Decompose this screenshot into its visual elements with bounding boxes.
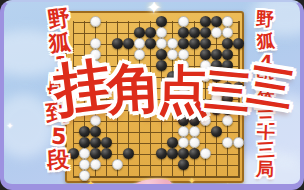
black-stone bbox=[112, 38, 123, 49]
main-title-char: 点 bbox=[157, 64, 210, 117]
black-stone bbox=[200, 16, 211, 27]
black-stone bbox=[167, 137, 178, 148]
right-caption-char: 三 bbox=[257, 141, 276, 160]
white-stone bbox=[112, 159, 123, 170]
black-stone bbox=[222, 49, 233, 60]
black-stone bbox=[123, 148, 134, 159]
black-stone bbox=[123, 38, 134, 49]
black-stone bbox=[211, 49, 222, 60]
black-stone bbox=[211, 16, 222, 27]
black-stone bbox=[145, 38, 156, 49]
black-stone bbox=[178, 27, 189, 38]
main-title-char: 三 bbox=[245, 61, 298, 114]
white-stone bbox=[222, 27, 233, 38]
right-caption-char: 局 bbox=[256, 160, 275, 179]
black-stone bbox=[178, 148, 189, 159]
left-caption-char: 野 bbox=[47, 7, 72, 32]
left-caption-char: 段 bbox=[46, 148, 69, 171]
star-icon: ✦ bbox=[86, 179, 95, 190]
white-stone bbox=[79, 148, 90, 159]
white-stone bbox=[167, 49, 178, 60]
black-stone bbox=[101, 148, 112, 159]
right-caption-char: 野 bbox=[256, 10, 275, 29]
black-stone bbox=[68, 148, 79, 159]
black-stone bbox=[189, 38, 200, 49]
black-stone bbox=[90, 148, 101, 159]
white-stone bbox=[222, 137, 233, 148]
black-stone bbox=[79, 126, 90, 137]
black-stone bbox=[200, 38, 211, 49]
white-stone bbox=[79, 159, 90, 170]
white-stone bbox=[233, 137, 244, 148]
white-stone bbox=[178, 49, 189, 60]
black-stone bbox=[189, 148, 200, 159]
white-stone bbox=[178, 126, 189, 137]
white-stone bbox=[90, 16, 101, 27]
black-stone bbox=[145, 27, 156, 38]
black-stone bbox=[90, 126, 101, 137]
white-stone bbox=[189, 137, 200, 148]
sparkle-icon: ✦ bbox=[6, 122, 14, 131]
black-stone bbox=[79, 137, 90, 148]
white-stone bbox=[189, 126, 200, 137]
black-stone bbox=[200, 27, 211, 38]
white-stone bbox=[156, 38, 167, 49]
white-stone bbox=[90, 159, 101, 170]
black-stone bbox=[101, 137, 112, 148]
thumbnail-canvas: 野 狐 1 段 到 5 段 野 狐 4 段 第 三 十 三 局 挂 角 点 三 … bbox=[0, 0, 304, 190]
black-stone bbox=[233, 38, 244, 49]
white-stone bbox=[178, 137, 189, 148]
left-caption-char: 5 bbox=[50, 126, 66, 149]
white-stone bbox=[167, 38, 178, 49]
white-stone bbox=[90, 38, 101, 49]
star-icon: ✦ bbox=[188, 177, 196, 186]
sparkle-icon: ✦ bbox=[146, 0, 162, 17]
star-icon: ✦ bbox=[224, 183, 231, 190]
black-stone bbox=[222, 38, 233, 49]
black-stone bbox=[134, 27, 145, 38]
black-stone bbox=[178, 159, 189, 170]
main-title-char: 角 bbox=[106, 61, 163, 118]
white-stone bbox=[211, 27, 222, 38]
black-stone bbox=[156, 148, 167, 159]
black-stone bbox=[178, 38, 189, 49]
black-stone bbox=[200, 49, 211, 60]
right-caption-char: 狐 bbox=[257, 32, 276, 51]
white-stone bbox=[222, 16, 233, 27]
white-stone bbox=[156, 27, 167, 38]
black-stone bbox=[189, 27, 200, 38]
white-stone bbox=[200, 148, 211, 159]
white-stone bbox=[178, 16, 189, 27]
black-stone bbox=[211, 126, 222, 137]
black-stone bbox=[167, 148, 178, 159]
white-stone bbox=[134, 38, 145, 49]
black-stone bbox=[90, 137, 101, 148]
